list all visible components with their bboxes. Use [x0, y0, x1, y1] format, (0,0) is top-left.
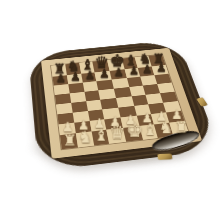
square-g6[interactable]	[141, 75, 158, 85]
square-a7[interactable]: ♟	[53, 75, 69, 85]
square-a6[interactable]	[54, 84, 70, 95]
square-g4[interactable]	[146, 93, 163, 104]
board-frame: ♜♞♝♛♚♝♞♜♟♟♟♟♟♟♟♟♟♟♟♟♟♟♟♟♜♞♝♛♚♝♞♜	[28, 40, 219, 172]
square-d4[interactable]	[100, 98, 117, 109]
black-bishop: ♝	[81, 58, 94, 72]
white-knight: ♞	[159, 120, 173, 136]
brass-latch-icon	[196, 97, 208, 106]
square-c5[interactable]	[84, 90, 100, 101]
black-rook: ♜	[153, 52, 165, 65]
brass-latch-icon	[158, 153, 173, 159]
square-d5[interactable]	[99, 89, 116, 100]
white-pawn: ♟	[125, 114, 136, 127]
chess-case: ♜♞♝♛♚♝♞♜♟♟♟♟♟♟♟♟♟♟♟♟♟♟♟♟♜♞♝♛♚♝♞♜	[28, 40, 219, 172]
square-g5[interactable]	[143, 84, 160, 95]
square-b6[interactable]	[68, 83, 84, 94]
white-pawn: ♟	[78, 119, 89, 132]
square-h2[interactable]: ♟	[166, 111, 184, 123]
square-h6[interactable]	[155, 74, 172, 84]
product-photo: ♜♞♝♛♚♝♞♜♟♟♟♟♟♟♟♟♟♟♟♟♟♟♟♟♜♞♝♛♚♝♞♜	[0, 0, 220, 200]
square-f1[interactable]: ♝	[139, 124, 158, 139]
white-pawn: ♟	[171, 109, 182, 122]
square-h1[interactable]: ♜	[170, 121, 190, 136]
square-h4[interactable]	[160, 92, 178, 103]
square-c1[interactable]: ♝	[91, 130, 109, 146]
square-d1[interactable]: ♛	[107, 128, 126, 144]
black-knight: ♞	[67, 59, 80, 73]
square-e5[interactable]	[113, 87, 131, 98]
square-h5[interactable]	[157, 83, 174, 94]
black-rook: ♜	[54, 62, 66, 75]
white-pawn: ♟	[141, 112, 152, 125]
white-rook: ♜	[63, 132, 77, 147]
square-b5[interactable]	[69, 92, 85, 103]
scene: ♜♞♝♛♚♝♞♜♟♟♟♟♟♟♟♟♟♟♟♟♟♟♟♟♜♞♝♛♚♝♞♜	[0, 0, 220, 200]
